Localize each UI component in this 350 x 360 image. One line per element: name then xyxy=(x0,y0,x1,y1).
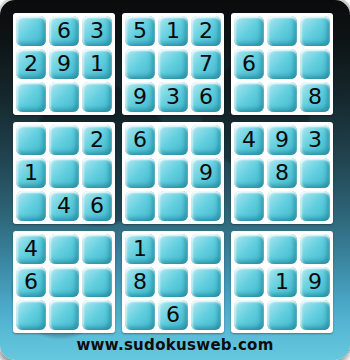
cell-r4c6[interactable] xyxy=(191,125,221,155)
cell-r8c6[interactable] xyxy=(191,267,221,297)
cell-r4c3[interactable]: 2 xyxy=(82,125,112,155)
cell-r5c2[interactable] xyxy=(49,158,79,188)
cell-r3c9[interactable]: 8 xyxy=(300,82,330,112)
cell-r8c7[interactable] xyxy=(234,267,264,297)
cell-r1c9[interactable] xyxy=(300,16,330,46)
cell-r1c1[interactable] xyxy=(16,16,46,46)
cell-r9c2[interactable] xyxy=(49,300,79,330)
cell-r2c1[interactable]: 2 xyxy=(16,49,46,79)
cell-r6c3[interactable]: 6 xyxy=(82,191,112,221)
cell-r4c8[interactable]: 9 xyxy=(267,125,297,155)
cell-r3c8[interactable] xyxy=(267,82,297,112)
cell-r8c5[interactable] xyxy=(158,267,188,297)
cell-r3c2[interactable] xyxy=(49,82,79,112)
cell-r7c6[interactable] xyxy=(191,234,221,264)
cell-r6c5[interactable] xyxy=(158,191,188,221)
cell-r2c8[interactable] xyxy=(267,49,297,79)
cell-r3c4[interactable]: 9 xyxy=(125,82,155,112)
cell-r6c6[interactable] xyxy=(191,191,221,221)
cell-r3c3[interactable] xyxy=(82,82,112,112)
cell-r2c9[interactable] xyxy=(300,49,330,79)
cell-r8c2[interactable] xyxy=(49,267,79,297)
box-1: 63291 xyxy=(13,13,115,115)
cell-r2c4[interactable] xyxy=(125,49,155,79)
cell-r9c1[interactable] xyxy=(16,300,46,330)
cell-r7c7[interactable] xyxy=(234,234,264,264)
cell-r1c4[interactable]: 5 xyxy=(125,16,155,46)
cell-r4c9[interactable]: 3 xyxy=(300,125,330,155)
sudoku-board: 6329151279366821466949384618619 www.sudo… xyxy=(0,0,350,360)
cell-r4c2[interactable] xyxy=(49,125,79,155)
cell-r2c2[interactable]: 9 xyxy=(49,49,79,79)
cell-r3c7[interactable] xyxy=(234,82,264,112)
sudoku-page: 6329151279366821466949384618619 www.sudo… xyxy=(0,0,350,360)
box-2: 5127936 xyxy=(122,13,224,115)
cell-r1c8[interactable] xyxy=(267,16,297,46)
cell-r4c4[interactable]: 6 xyxy=(125,125,155,155)
cell-r5c3[interactable] xyxy=(82,158,112,188)
cell-r7c3[interactable] xyxy=(82,234,112,264)
cell-r5c1[interactable]: 1 xyxy=(16,158,46,188)
cell-r5c4[interactable] xyxy=(125,158,155,188)
cell-r7c5[interactable] xyxy=(158,234,188,264)
cell-r9c4[interactable] xyxy=(125,300,155,330)
cell-r5c9[interactable] xyxy=(300,158,330,188)
cell-r4c7[interactable]: 4 xyxy=(234,125,264,155)
cell-r8c8[interactable]: 1 xyxy=(267,267,297,297)
box-9: 19 xyxy=(231,231,333,333)
cell-r1c5[interactable]: 1 xyxy=(158,16,188,46)
cell-r2c6[interactable]: 7 xyxy=(191,49,221,79)
cell-r1c6[interactable]: 2 xyxy=(191,16,221,46)
cell-r6c9[interactable] xyxy=(300,191,330,221)
cell-r1c2[interactable]: 6 xyxy=(49,16,79,46)
cell-r8c9[interactable]: 9 xyxy=(300,267,330,297)
cell-r2c5[interactable] xyxy=(158,49,188,79)
cell-r2c7[interactable]: 6 xyxy=(234,49,264,79)
cell-r6c7[interactable] xyxy=(234,191,264,221)
sudoku-grid: 6329151279366821466949384618619 xyxy=(13,13,333,333)
site-link[interactable]: www.sudokusweb.com xyxy=(0,334,350,355)
cell-r8c1[interactable]: 6 xyxy=(16,267,46,297)
cell-r3c6[interactable]: 6 xyxy=(191,82,221,112)
cell-r7c1[interactable]: 4 xyxy=(16,234,46,264)
cell-r9c9[interactable] xyxy=(300,300,330,330)
cell-r7c8[interactable] xyxy=(267,234,297,264)
box-6: 4938 xyxy=(231,122,333,224)
cell-r6c2[interactable]: 4 xyxy=(49,191,79,221)
cell-r2c3[interactable]: 1 xyxy=(82,49,112,79)
cell-r9c8[interactable] xyxy=(267,300,297,330)
cell-r3c5[interactable]: 3 xyxy=(158,82,188,112)
cell-r8c3[interactable] xyxy=(82,267,112,297)
cell-r8c4[interactable]: 8 xyxy=(125,267,155,297)
cell-r5c7[interactable] xyxy=(234,158,264,188)
box-5: 69 xyxy=(122,122,224,224)
cell-r5c6[interactable]: 9 xyxy=(191,158,221,188)
cell-r9c6[interactable] xyxy=(191,300,221,330)
cell-r3c1[interactable] xyxy=(16,82,46,112)
cell-r4c5[interactable] xyxy=(158,125,188,155)
cell-r6c4[interactable] xyxy=(125,191,155,221)
cell-r9c7[interactable] xyxy=(234,300,264,330)
cell-r7c2[interactable] xyxy=(49,234,79,264)
cell-r7c4[interactable]: 1 xyxy=(125,234,155,264)
cell-r9c5[interactable]: 6 xyxy=(158,300,188,330)
cell-r9c3[interactable] xyxy=(82,300,112,330)
cell-r5c5[interactable] xyxy=(158,158,188,188)
box-7: 46 xyxy=(13,231,115,333)
box-4: 2146 xyxy=(13,122,115,224)
cell-r6c1[interactable] xyxy=(16,191,46,221)
cell-r4c1[interactable] xyxy=(16,125,46,155)
cell-r1c7[interactable] xyxy=(234,16,264,46)
cell-r1c3[interactable]: 3 xyxy=(82,16,112,46)
box-3: 68 xyxy=(231,13,333,115)
box-8: 186 xyxy=(122,231,224,333)
cell-r6c8[interactable] xyxy=(267,191,297,221)
cell-r5c8[interactable]: 8 xyxy=(267,158,297,188)
cell-r7c9[interactable] xyxy=(300,234,330,264)
